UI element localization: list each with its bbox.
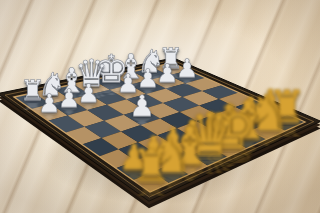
piece-white-pawn-b2[interactable]: ♟ bbox=[58, 86, 81, 111]
piece-white-pawn-h2[interactable]: ♟ bbox=[176, 55, 199, 80]
piece-white-pawn-g2[interactable]: ♟ bbox=[156, 60, 179, 85]
piece-white-pawn-c2[interactable]: ♟ bbox=[77, 81, 100, 106]
piece-white-pawn-a2[interactable]: ♟ bbox=[38, 91, 61, 116]
piece-black-rook-a8[interactable]: ♜ bbox=[131, 144, 171, 188]
scene: ♜♜♞♞♟♟♝♝♟♟♚♚♟♟♛♛♝♝♟♟♞♞♜♜♟♟♟♟♟♟♟♟♟♟♜♜♟♟♟♟… bbox=[0, 0, 320, 213]
piece-white-pawn-f2[interactable]: ♟ bbox=[136, 65, 159, 90]
piece-white-pawn-d4[interactable]: ♟ bbox=[129, 92, 155, 121]
